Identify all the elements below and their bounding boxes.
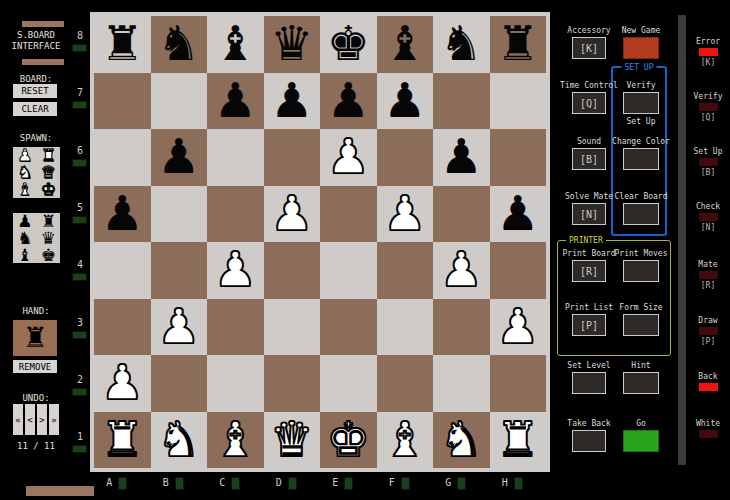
piece-black-knight[interactable]: ♞	[440, 19, 483, 67]
file-label-G: G	[442, 477, 454, 488]
undo-controls: «<>»	[13, 404, 59, 435]
rank-led-1	[72, 445, 87, 453]
square-g7[interactable]	[433, 73, 490, 130]
piece-white-knight[interactable]: ♞	[157, 415, 200, 463]
square-a1[interactable]: ♜	[94, 412, 151, 469]
setup-group-title: SET UP	[622, 63, 657, 72]
square-d4[interactable]	[264, 242, 321, 299]
board: ♜♞♝♛♚♝♞♜♟♟♟♟♟♟♟♟♟♟♟♟♟♟♟♟♜♞♝♛♚♝♞♜	[90, 12, 550, 472]
file-led-E	[344, 477, 353, 490]
square-g1[interactable]: ♞	[433, 412, 490, 469]
set-up-sublabel: Set Up	[609, 117, 673, 126]
square-a2[interactable]: ♟	[94, 355, 151, 412]
square-c2[interactable]	[207, 355, 264, 412]
rank-led-2	[72, 388, 87, 396]
spawn-piece-black-king[interactable]: ♚	[41, 247, 56, 264]
spawn-piece-white-bishop[interactable]: ♝	[17, 181, 32, 198]
piece-white-knight[interactable]: ♞	[440, 415, 483, 463]
status-set-up-label: Set Up	[684, 147, 730, 156]
app-title-line2: INTERFACE	[0, 41, 72, 51]
file-led-G	[457, 477, 466, 490]
file-led-A	[118, 477, 127, 490]
square-f6[interactable]	[377, 129, 434, 186]
square-h5[interactable]: ♟	[490, 186, 547, 243]
piece-black-bishop[interactable]: ♝	[383, 19, 426, 67]
status-draw-key: [P]	[684, 337, 730, 346]
piece-black-pawn[interactable]: ♟	[383, 76, 426, 124]
rank-led-7	[72, 101, 87, 109]
piece-black-pawn[interactable]: ♟	[496, 189, 539, 237]
undo-first-button[interactable]: «	[13, 404, 23, 435]
rank-label-6: 6	[66, 145, 94, 156]
square-h2[interactable]	[490, 355, 547, 412]
piece-black-pawn[interactable]: ♟	[327, 76, 370, 124]
square-f1[interactable]: ♝	[377, 412, 434, 469]
piece-black-rook[interactable]: ♜	[101, 19, 144, 67]
set-level-button[interactable]	[572, 372, 606, 394]
rank-label-4: 4	[66, 259, 94, 270]
new-game-label: New Game	[609, 26, 673, 35]
status-error-led	[699, 48, 718, 56]
square-g2[interactable]	[433, 355, 490, 412]
square-b8[interactable]: ♞	[151, 16, 208, 73]
piece-black-pawn[interactable]: ♟	[157, 132, 200, 180]
file-label-D: D	[273, 477, 285, 488]
piece-white-pawn[interactable]: ♟	[157, 302, 200, 350]
square-f2[interactable]	[377, 355, 434, 412]
clear-button[interactable]: CLEAR	[13, 102, 57, 116]
form-size-button[interactable]	[623, 314, 659, 336]
verify-label: Verify	[609, 81, 673, 90]
spawn-piece-black-bishop[interactable]: ♝	[17, 247, 32, 264]
square-a7[interactable]	[94, 73, 151, 130]
piece-black-rook[interactable]: ♜	[496, 19, 539, 67]
square-g3[interactable]	[433, 299, 490, 356]
square-b3[interactable]: ♟	[151, 299, 208, 356]
square-h4[interactable]	[490, 242, 547, 299]
file-label-B: B	[160, 477, 172, 488]
undo-back-button[interactable]: <	[25, 404, 35, 435]
square-c3[interactable]	[207, 299, 264, 356]
status-draw-led	[699, 327, 718, 335]
rank-label-8: 8	[66, 30, 94, 41]
panel-scrollbar[interactable]	[678, 15, 686, 465]
print-moves-label: Print Moves	[609, 249, 673, 258]
piece-white-pawn[interactable]: ♟	[327, 132, 370, 180]
status-mate-key: [R]	[684, 281, 730, 290]
square-e6[interactable]: ♟	[320, 129, 377, 186]
square-f7[interactable]: ♟	[377, 73, 434, 130]
status-error-label: Error	[684, 37, 730, 46]
square-d6[interactable]	[264, 129, 321, 186]
status-set-up-key: [B]	[684, 168, 730, 177]
status-verify-label: Verify	[684, 92, 730, 101]
change-color-button[interactable]	[623, 148, 659, 170]
accessory-button[interactable]: [K]	[572, 37, 606, 59]
piece-black-pawn[interactable]: ♟	[270, 76, 313, 124]
rank-label-7: 7	[66, 87, 94, 98]
undo-section-label: UNDO:	[0, 393, 72, 403]
new-game-button[interactable]	[623, 37, 659, 59]
square-h1[interactable]: ♜	[490, 412, 547, 469]
square-d7[interactable]: ♟	[264, 73, 321, 130]
print-list-button[interactable]: [P]	[572, 314, 606, 336]
file-label-E: E	[329, 477, 341, 488]
app-title-line1: S.BOARD	[0, 30, 72, 40]
piece-white-pawn[interactable]: ♟	[101, 358, 144, 406]
status-check-label: Check	[684, 202, 730, 211]
piece-black-bishop[interactable]: ♝	[214, 19, 257, 67]
form-size-label: Form Size	[609, 303, 673, 312]
square-f5[interactable]: ♟	[377, 186, 434, 243]
piece-white-pawn[interactable]: ♟	[440, 245, 483, 293]
square-e7[interactable]: ♟	[320, 73, 377, 130]
square-h7[interactable]	[490, 73, 547, 130]
square-d5[interactable]: ♟	[264, 186, 321, 243]
rank-label-2: 2	[66, 374, 94, 385]
piece-white-rook[interactable]: ♜	[101, 415, 144, 463]
hand-section-label: HAND:	[0, 306, 72, 316]
piece-white-pawn[interactable]: ♟	[496, 302, 539, 350]
go-label: Go	[609, 419, 673, 428]
square-d8[interactable]: ♛	[264, 16, 321, 73]
square-h3[interactable]: ♟	[490, 299, 547, 356]
piece-black-pawn[interactable]: ♟	[440, 132, 483, 180]
file-led-C	[231, 477, 240, 490]
hint-label: Hint	[609, 361, 673, 370]
spawn-piece-white-king[interactable]: ♚	[41, 181, 56, 198]
square-b1[interactable]: ♞	[151, 412, 208, 469]
status-mate-led	[699, 271, 718, 279]
piece-white-king[interactable]: ♚	[327, 415, 370, 463]
board-section-label: BOARD:	[0, 74, 72, 84]
square-e5[interactable]	[320, 186, 377, 243]
printer-group-title: PRINTER	[566, 236, 606, 245]
square-c1[interactable]: ♝	[207, 412, 264, 469]
status-white-label: White	[684, 419, 730, 428]
file-led-B	[175, 477, 184, 490]
piece-black-pawn[interactable]: ♟	[214, 76, 257, 124]
square-a5[interactable]: ♟	[94, 186, 151, 243]
square-h8[interactable]: ♜	[490, 16, 547, 73]
square-f3[interactable]	[377, 299, 434, 356]
square-e8[interactable]: ♚	[320, 16, 377, 73]
undo-forward-button[interactable]: >	[37, 404, 47, 435]
square-b7[interactable]	[151, 73, 208, 130]
file-label-H: H	[499, 477, 511, 488]
status-back-led	[699, 383, 718, 391]
status-mate-label: Mate	[684, 260, 730, 269]
square-b2[interactable]	[151, 355, 208, 412]
title-divider-bar	[22, 59, 64, 65]
square-d2[interactable]	[264, 355, 321, 412]
square-g4[interactable]: ♟	[433, 242, 490, 299]
rank-label-5: 5	[66, 202, 94, 213]
file-label-C: C	[216, 477, 228, 488]
square-c4[interactable]: ♟	[207, 242, 264, 299]
status-set-up-led	[699, 158, 718, 166]
square-a4[interactable]	[94, 242, 151, 299]
square-c7[interactable]: ♟	[207, 73, 264, 130]
rank-led-5	[72, 216, 87, 224]
file-led-H	[514, 477, 523, 490]
piece-black-queen[interactable]: ♛	[270, 19, 313, 67]
square-d3[interactable]	[264, 299, 321, 356]
change-color-label: Change Color	[609, 137, 673, 146]
square-b6[interactable]: ♟	[151, 129, 208, 186]
clear-board-label: Clear Board	[609, 192, 673, 201]
square-d1[interactable]: ♛	[264, 412, 321, 469]
verify-button[interactable]	[623, 92, 659, 114]
status-white-led	[699, 430, 718, 438]
sboard-interface-app: S.BOARD INTERFACE BOARD: RESET CLEAR SPA…	[0, 0, 730, 500]
spawn-white-panel: ♟♜♞♛♝♚	[13, 147, 60, 198]
go-button[interactable]	[623, 430, 659, 452]
spawn-black-panel: ♟♜♞♛♝♚	[13, 213, 60, 263]
piece-black-knight[interactable]: ♞	[157, 19, 200, 67]
file-label-A: A	[103, 477, 115, 488]
square-c5[interactable]	[207, 186, 264, 243]
status-verify-key: [Q]	[684, 113, 730, 122]
square-b4[interactable]	[151, 242, 208, 299]
reset-button[interactable]: RESET	[13, 84, 57, 98]
status-draw-label: Draw	[684, 316, 730, 325]
square-a6[interactable]	[94, 129, 151, 186]
piece-white-pawn[interactable]: ♟	[383, 189, 426, 237]
square-f4[interactable]	[377, 242, 434, 299]
piece-white-bishop[interactable]: ♝	[214, 415, 257, 463]
rank-led-4	[72, 273, 87, 281]
clear-board-button[interactable]	[623, 203, 659, 225]
piece-white-queen[interactable]: ♛	[270, 415, 313, 463]
rank-label-3: 3	[66, 317, 94, 328]
rank-led-8	[72, 44, 87, 52]
take-back-button[interactable]	[572, 430, 606, 452]
square-h6[interactable]	[490, 129, 547, 186]
spawn-section-label: SPAWN:	[0, 133, 72, 143]
square-a8[interactable]: ♜	[94, 16, 151, 73]
square-g5[interactable]	[433, 186, 490, 243]
hand-piece-black-rook: ♜	[22, 324, 47, 352]
status-verify-led	[699, 103, 718, 111]
piece-black-king[interactable]: ♚	[327, 19, 370, 67]
square-c8[interactable]: ♝	[207, 16, 264, 73]
rank-label-1: 1	[66, 431, 94, 442]
status-error-key: [K]	[684, 58, 730, 67]
square-a3[interactable]	[94, 299, 151, 356]
rank-led-6	[72, 159, 87, 167]
file-led-F	[401, 477, 410, 490]
status-back-label: Back	[684, 372, 730, 381]
top-divider-bar	[22, 21, 64, 27]
square-e3[interactable]	[320, 299, 377, 356]
print-moves-button[interactable]	[623, 260, 659, 282]
bottom-divider-bar	[26, 486, 94, 496]
file-led-D	[288, 477, 297, 490]
status-check-key: [N]	[684, 223, 730, 232]
square-b5[interactable]	[151, 186, 208, 243]
remove-button[interactable]: REMOVE	[13, 360, 57, 373]
undo-counter: 11 / 11	[0, 441, 72, 451]
sound-button[interactable]: [B]	[572, 148, 606, 170]
piece-black-pawn[interactable]: ♟	[101, 189, 144, 237]
piece-white-pawn[interactable]: ♟	[270, 189, 313, 237]
square-g6[interactable]: ♟	[433, 129, 490, 186]
board-squares: ♜♞♝♛♚♝♞♜♟♟♟♟♟♟♟♟♟♟♟♟♟♟♟♟♜♞♝♛♚♝♞♜	[94, 16, 546, 468]
rank-led-3	[72, 331, 87, 339]
square-e4[interactable]	[320, 242, 377, 299]
undo-last-button[interactable]: »	[49, 404, 59, 435]
square-c6[interactable]	[207, 129, 264, 186]
hand-slot[interactable]: ♜	[13, 320, 57, 356]
time-control-button[interactable]: [Q]	[572, 92, 606, 114]
piece-white-pawn[interactable]: ♟	[214, 245, 257, 293]
solve-mate-button[interactable]: [N]	[572, 203, 606, 225]
square-e1[interactable]: ♚	[320, 412, 377, 469]
hint-button[interactable]	[623, 372, 659, 394]
square-e2[interactable]	[320, 355, 377, 412]
status-check-led	[699, 213, 718, 221]
print-board-button[interactable]: [R]	[572, 260, 606, 282]
file-label-F: F	[386, 477, 398, 488]
piece-white-rook[interactable]: ♜	[496, 415, 539, 463]
square-g8[interactable]: ♞	[433, 16, 490, 73]
piece-white-bishop[interactable]: ♝	[383, 415, 426, 463]
square-f8[interactable]: ♝	[377, 16, 434, 73]
